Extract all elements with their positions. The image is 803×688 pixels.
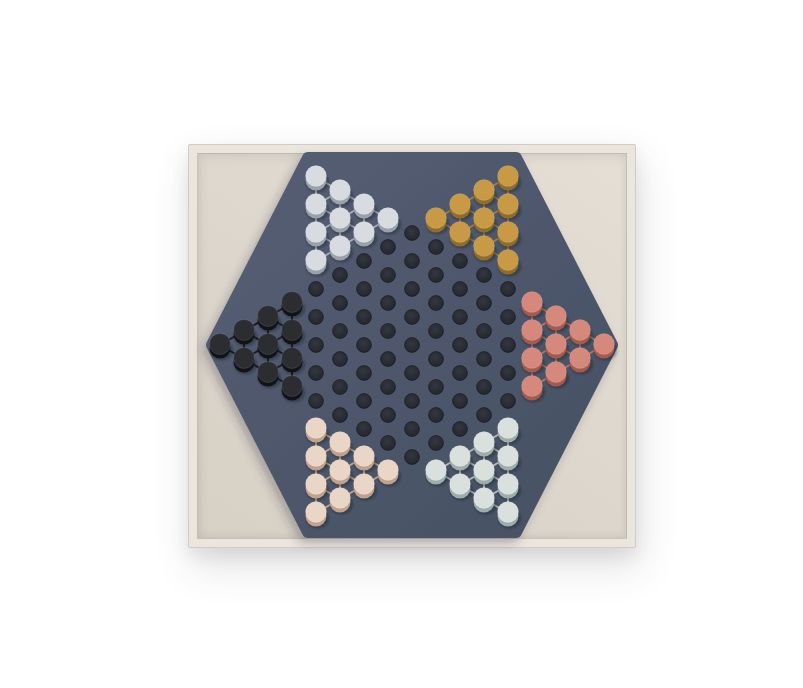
peg-top — [474, 236, 495, 257]
peg-top — [306, 250, 327, 271]
peg-top — [354, 222, 375, 243]
hole[interactable] — [477, 380, 492, 395]
hole[interactable] — [381, 352, 396, 367]
hole[interactable] — [429, 408, 444, 423]
peg-top — [330, 236, 351, 257]
hole[interactable] — [333, 352, 348, 367]
hole[interactable] — [429, 352, 444, 367]
hole[interactable] — [501, 394, 516, 409]
hole[interactable] — [453, 338, 468, 353]
hole[interactable] — [477, 296, 492, 311]
hole[interactable] — [309, 394, 324, 409]
peg-top — [498, 194, 519, 215]
hole[interactable] — [429, 240, 444, 255]
peg-top — [522, 376, 543, 397]
peg-top — [234, 348, 255, 369]
peg-top — [450, 474, 471, 495]
peg-top — [330, 460, 351, 481]
peg-top — [378, 208, 399, 229]
hole[interactable] — [333, 296, 348, 311]
hole[interactable] — [453, 366, 468, 381]
hole[interactable] — [453, 282, 468, 297]
hole[interactable] — [477, 352, 492, 367]
peg-top — [426, 460, 447, 481]
hole[interactable] — [381, 408, 396, 423]
peg-top — [474, 180, 495, 201]
peg-top — [546, 306, 567, 327]
peg-top — [306, 502, 327, 523]
peg-top — [258, 306, 279, 327]
hole[interactable] — [333, 408, 348, 423]
hole[interactable] — [357, 282, 372, 297]
peg-top — [282, 320, 303, 341]
peg-top — [330, 432, 351, 453]
peg-top — [354, 194, 375, 215]
hole[interactable] — [309, 310, 324, 325]
peg-top — [570, 320, 591, 341]
peg-top — [474, 460, 495, 481]
hole[interactable] — [357, 394, 372, 409]
peg-top — [546, 334, 567, 355]
peg-top — [306, 418, 327, 439]
peg-top — [258, 362, 279, 383]
photo-backdrop — [0, 0, 803, 688]
peg-top — [498, 222, 519, 243]
peg-top — [498, 418, 519, 439]
hole[interactable] — [405, 310, 420, 325]
peg-top — [258, 334, 279, 355]
hole[interactable] — [357, 422, 372, 437]
hole[interactable] — [405, 450, 420, 465]
hole[interactable] — [405, 338, 420, 353]
peg-top — [594, 334, 615, 355]
hole[interactable] — [405, 254, 420, 269]
peg-top — [282, 348, 303, 369]
hole[interactable] — [429, 296, 444, 311]
hole[interactable] — [453, 422, 468, 437]
hole[interactable] — [357, 310, 372, 325]
hole[interactable] — [429, 324, 444, 339]
peg-top — [234, 320, 255, 341]
peg-top — [306, 194, 327, 215]
peg-top — [498, 474, 519, 495]
hole[interactable] — [381, 324, 396, 339]
hole[interactable] — [405, 282, 420, 297]
peg-top — [378, 460, 399, 481]
hole[interactable] — [477, 324, 492, 339]
peg-top — [330, 208, 351, 229]
hole[interactable] — [381, 240, 396, 255]
peg-top — [498, 166, 519, 187]
peg-top — [498, 250, 519, 271]
hole[interactable] — [453, 254, 468, 269]
hole[interactable] — [429, 436, 444, 451]
peg-top — [498, 502, 519, 523]
hole[interactable] — [309, 338, 324, 353]
hole[interactable] — [477, 268, 492, 283]
hole[interactable] — [405, 422, 420, 437]
peg-top — [474, 432, 495, 453]
peg-top — [354, 446, 375, 467]
hole[interactable] — [357, 254, 372, 269]
hole[interactable] — [405, 226, 420, 241]
peg-top — [306, 446, 327, 467]
hole[interactable] — [381, 268, 396, 283]
hole[interactable] — [405, 366, 420, 381]
hole[interactable] — [381, 296, 396, 311]
hole[interactable] — [357, 338, 372, 353]
peg-top — [282, 376, 303, 397]
peg-top — [474, 208, 495, 229]
peg-top — [450, 222, 471, 243]
hole[interactable] — [333, 324, 348, 339]
peg-top — [330, 488, 351, 509]
peg-top — [522, 292, 543, 313]
peg-top — [306, 166, 327, 187]
hole[interactable] — [405, 394, 420, 409]
peg-top — [522, 320, 543, 341]
peg-top — [522, 348, 543, 369]
hole[interactable] — [453, 310, 468, 325]
peg-top — [282, 292, 303, 313]
hole[interactable] — [309, 366, 324, 381]
hole[interactable] — [429, 380, 444, 395]
peg-top — [570, 348, 591, 369]
hole[interactable] — [477, 408, 492, 423]
hole[interactable] — [333, 268, 348, 283]
hole[interactable] — [453, 394, 468, 409]
peg-top — [426, 208, 447, 229]
peg-top — [450, 194, 471, 215]
hole[interactable] — [501, 282, 516, 297]
hole[interactable] — [309, 282, 324, 297]
peg-top — [450, 446, 471, 467]
hole[interactable] — [381, 436, 396, 451]
hole[interactable] — [333, 380, 348, 395]
chinese-checkers-board — [0, 0, 803, 688]
hole[interactable] — [357, 366, 372, 381]
peg-top — [210, 334, 231, 355]
hole[interactable] — [501, 366, 516, 381]
hole[interactable] — [381, 380, 396, 395]
peg-top — [330, 180, 351, 201]
peg-top — [306, 474, 327, 495]
peg-top — [306, 222, 327, 243]
hole[interactable] — [501, 310, 516, 325]
hole[interactable] — [501, 338, 516, 353]
peg-top — [354, 474, 375, 495]
peg-top — [474, 488, 495, 509]
hole[interactable] — [429, 268, 444, 283]
peg-top — [546, 362, 567, 383]
peg-top — [498, 446, 519, 467]
